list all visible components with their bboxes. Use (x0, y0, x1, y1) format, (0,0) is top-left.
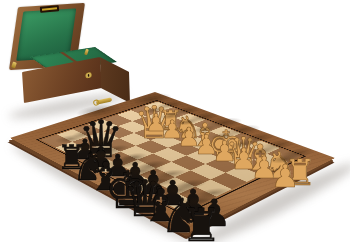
chess-set-photo: ♜♞♝♚♛♝♞♜♟♟♟♟♟♟♟♟♟♟♟♟♟♟♟♟♜♞♝♚♛♝♞♜♛♛ (0, 0, 350, 242)
box-right-face (100, 57, 130, 103)
keyhole-escutcheon-icon (85, 72, 92, 79)
